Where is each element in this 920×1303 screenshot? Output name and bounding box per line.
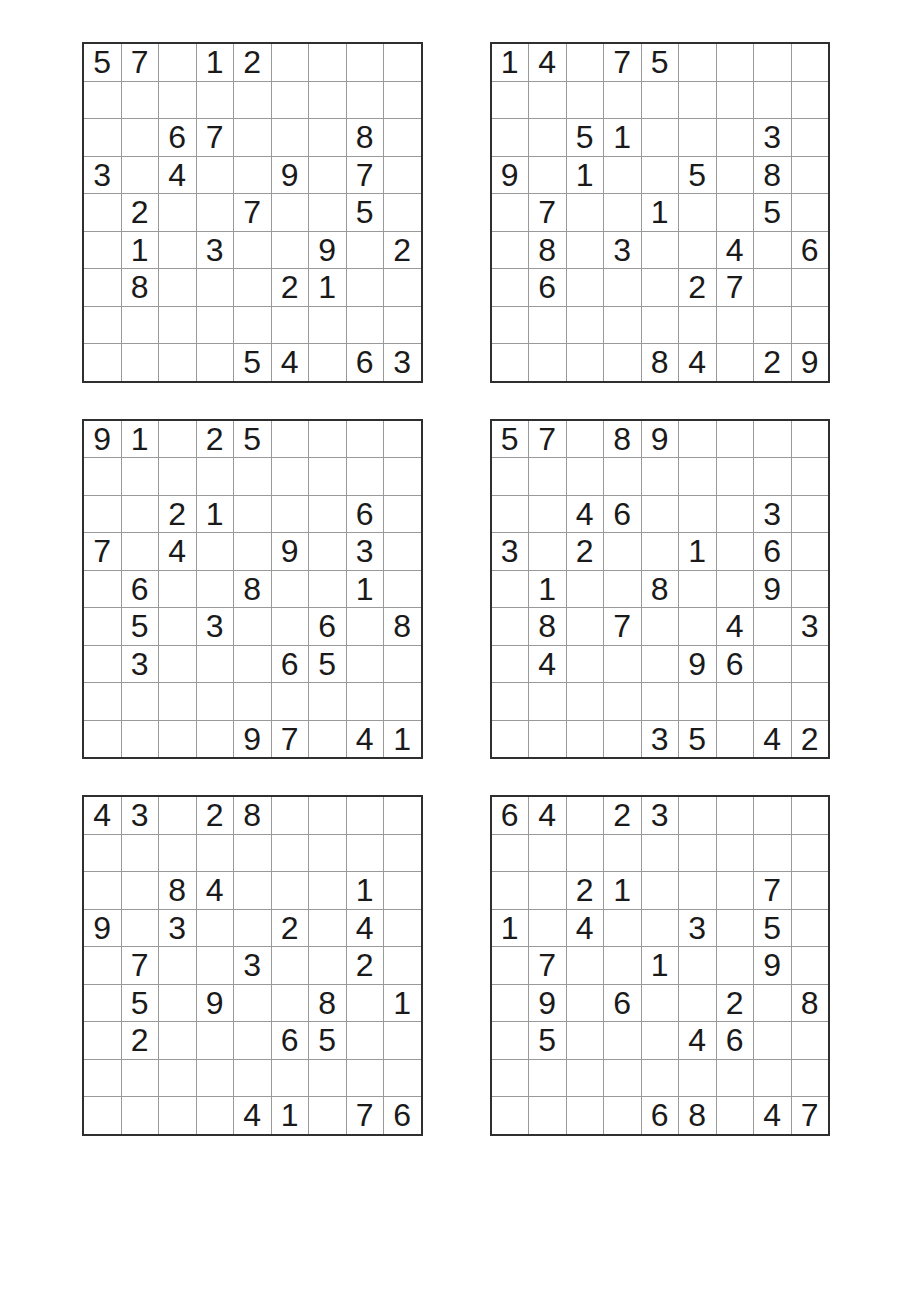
board6-cell-r4c8: 5: [754, 910, 791, 947]
board2-cell-r6c1: [492, 232, 529, 269]
board1-cell-r2c4: [197, 82, 234, 119]
board5-cell-r9c8: 7: [347, 1097, 384, 1134]
board5-cell-r3c1: [84, 872, 121, 909]
board5-cell-r1c4: 2: [197, 797, 234, 834]
board1-cell-r4c4: [197, 157, 234, 194]
board3-cell-r5c2: 6: [122, 571, 159, 608]
board3-cell-r9c7: [309, 721, 346, 758]
board2-cell-r8c7: [717, 307, 754, 344]
board6-cell-r4c7: [717, 910, 754, 947]
board3-cell-r1c3: [159, 421, 196, 458]
board3-cell-r5c9: [384, 571, 421, 608]
board4-cell-r5c8: 9: [754, 571, 791, 608]
board4-cell-r1c6: [679, 421, 716, 458]
board3-cell-r1c8: [347, 421, 384, 458]
board3-cell-r6c1: [84, 608, 121, 645]
board4-cell-r9c7: [717, 721, 754, 758]
board4-cell-r7c5: [642, 646, 679, 683]
board6-cell-r9c1: [492, 1097, 529, 1134]
board5-cell-r9c7: [309, 1097, 346, 1134]
board2-cell-r9c7: [717, 344, 754, 381]
board2-cell-r9c8: 2: [754, 344, 791, 381]
board2-cell-r5c8: 5: [754, 194, 791, 231]
board4-cell-r1c9: [792, 421, 829, 458]
board3-cell-r7c2: 3: [122, 646, 159, 683]
board5-cell-r6c4: 9: [197, 985, 234, 1022]
board3-cell-r8c6: [272, 683, 309, 720]
board3-cell-r3c3: 2: [159, 496, 196, 533]
board6-cell-r8c2: [529, 1060, 566, 1097]
board1-cell-r3c6: [272, 119, 309, 156]
board6-cell-r8c7: [717, 1060, 754, 1097]
board3-cell-r7c8: [347, 646, 384, 683]
board6-cell-r9c9: 7: [792, 1097, 829, 1134]
board6-cell-r2c1: [492, 835, 529, 872]
board5-cell-r6c8: [347, 985, 384, 1022]
board3-cell-r3c7: [309, 496, 346, 533]
board4-cell-r3c5: [642, 496, 679, 533]
board4-cell-r4c3: 2: [567, 533, 604, 570]
board1-cell-r9c3: [159, 344, 196, 381]
board6-cell-r7c7: 6: [717, 1022, 754, 1059]
board5-cell-r8c5: [234, 1060, 271, 1097]
board1-cell-r1c7: [309, 44, 346, 81]
board4-cell-r1c2: 7: [529, 421, 566, 458]
board3-cell-r3c1: [84, 496, 121, 533]
board5-cell-r2c4: [197, 835, 234, 872]
board5-cell-r3c8: 1: [347, 872, 384, 909]
board5-cell-r7c3: [159, 1022, 196, 1059]
board6-cell-r6c4: 6: [604, 985, 641, 1022]
board4-cell-r5c6: [679, 571, 716, 608]
board2-cell-r3c2: [529, 119, 566, 156]
board5-cell-r8c1: [84, 1060, 121, 1097]
board1-cell-r9c9: 3: [384, 344, 421, 381]
board1-cell-r9c8: 6: [347, 344, 384, 381]
board4-cell-r4c2: [529, 533, 566, 570]
board1-cell-r3c3: 6: [159, 119, 196, 156]
board1-cell-r8c4: [197, 307, 234, 344]
board1-cell-r6c6: [272, 232, 309, 269]
board2-cell-r3c4: 1: [604, 119, 641, 156]
board6-cell-r1c3: [567, 797, 604, 834]
board5-cell-r3c7: [309, 872, 346, 909]
board3-cell-r6c8: [347, 608, 384, 645]
board6-cell-r1c2: 4: [529, 797, 566, 834]
board5-cell-r4c7: [309, 910, 346, 947]
board2-cell-r4c3: 1: [567, 157, 604, 194]
board1-cell-r1c4: 1: [197, 44, 234, 81]
board4-cell-r9c5: 3: [642, 721, 679, 758]
board3-cell-r5c7: [309, 571, 346, 608]
board4-cell-r2c1: [492, 458, 529, 495]
board3-cell-r8c9: [384, 683, 421, 720]
board1-cell-r5c8: 5: [347, 194, 384, 231]
board3-cell-r3c8: 6: [347, 496, 384, 533]
board1-cell-r1c5: 2: [234, 44, 271, 81]
board3-cell-r9c2: [122, 721, 159, 758]
board1-cell-r2c6: [272, 82, 309, 119]
board1-cell-r7c3: [159, 269, 196, 306]
board3-cell-r2c8: [347, 458, 384, 495]
board6-cell-r4c4: [604, 910, 641, 947]
board5-cell-r4c5: [234, 910, 271, 947]
board1-cell-r5c2: 2: [122, 194, 159, 231]
board3-cell-r5c4: [197, 571, 234, 608]
board6-cell-r7c1: [492, 1022, 529, 1059]
board1-cell-r5c3: [159, 194, 196, 231]
board2-cell-r4c7: [717, 157, 754, 194]
board3-cell-r5c5: 8: [234, 571, 271, 608]
board6-cell-r6c8: [754, 985, 791, 1022]
board6-cell-r9c3: [567, 1097, 604, 1134]
board5-cell-r2c3: [159, 835, 196, 872]
board4-cell-r1c7: [717, 421, 754, 458]
board4-cell-r2c4: [604, 458, 641, 495]
board5-cell-r3c5: [234, 872, 271, 909]
board6-cell-r3c3: 2: [567, 872, 604, 909]
board1-cell-r5c9: [384, 194, 421, 231]
board3-cell-r8c7: [309, 683, 346, 720]
board5-cell-r9c2: [122, 1097, 159, 1134]
board2-cell-r5c5: 1: [642, 194, 679, 231]
board5-cell-r9c1: [84, 1097, 121, 1134]
board2-cell-r2c1: [492, 82, 529, 119]
board2-cell-r9c3: [567, 344, 604, 381]
board2-cell-r8c8: [754, 307, 791, 344]
board2-cell-r7c7: 7: [717, 269, 754, 306]
board6-cell-r5c5: 1: [642, 947, 679, 984]
board3-cell-r7c9: [384, 646, 421, 683]
board1-cell-r7c7: 1: [309, 269, 346, 306]
board2-cell-r2c4: [604, 82, 641, 119]
board5-cell-r9c3: [159, 1097, 196, 1134]
board6-cell-r7c6: 4: [679, 1022, 716, 1059]
board3-cell-r9c3: [159, 721, 196, 758]
board1-cell-r9c2: [122, 344, 159, 381]
board1-cell-r9c7: [309, 344, 346, 381]
board5-cell-r1c8: [347, 797, 384, 834]
board5-cell-r8c3: [159, 1060, 196, 1097]
board4-cell-r8c9: [792, 683, 829, 720]
board2-cell-r6c3: [567, 232, 604, 269]
board3-cell-r9c6: 7: [272, 721, 309, 758]
board2-cell-r2c9: [792, 82, 829, 119]
board5-cell-r3c9: [384, 872, 421, 909]
board3-cell-r7c1: [84, 646, 121, 683]
board2-cell-r7c1: [492, 269, 529, 306]
board1-cell-r4c7: [309, 157, 346, 194]
board5-cell-r6c1: [84, 985, 121, 1022]
board2-cell-r9c2: [529, 344, 566, 381]
board2-cell-r4c9: [792, 157, 829, 194]
board6-cell-r2c3: [567, 835, 604, 872]
board1-cell-r3c7: [309, 119, 346, 156]
board6-cell-r6c7: 2: [717, 985, 754, 1022]
board6-cell-r7c2: 5: [529, 1022, 566, 1059]
board3-cell-r6c6: [272, 608, 309, 645]
board1-cell-r7c4: [197, 269, 234, 306]
board1-cell-r6c1: [84, 232, 121, 269]
board1-cell-r1c2: 7: [122, 44, 159, 81]
board2-cell-r5c1: [492, 194, 529, 231]
board3-cell-r9c4: [197, 721, 234, 758]
board4-cell-r3c6: [679, 496, 716, 533]
board3-cell-r2c2: [122, 458, 159, 495]
board4-cell-r3c3: 4: [567, 496, 604, 533]
board4-cell-r1c3: [567, 421, 604, 458]
board4-cell-r9c2: [529, 721, 566, 758]
board3-cell-r1c2: 1: [122, 421, 159, 458]
board1-cell-r2c1: [84, 82, 121, 119]
board2-cell-r7c8: [754, 269, 791, 306]
board4-cell-r3c1: [492, 496, 529, 533]
board6-cell-r8c3: [567, 1060, 604, 1097]
board2-cell-r6c4: 3: [604, 232, 641, 269]
board2-cell-r2c5: [642, 82, 679, 119]
board1-cell-r3c1: [84, 119, 121, 156]
board4-cell-r1c4: 8: [604, 421, 641, 458]
board2-cell-r2c7: [717, 82, 754, 119]
board4-cell-r7c7: 6: [717, 646, 754, 683]
board5-cell-r9c9: 6: [384, 1097, 421, 1134]
board3-cell-r4c2: [122, 533, 159, 570]
board5-cell-r4c3: 3: [159, 910, 196, 947]
board4-cell-r1c1: 5: [492, 421, 529, 458]
board5-cell-r9c6: 1: [272, 1097, 309, 1134]
board1-cell-r5c4: [197, 194, 234, 231]
board3-cell-r2c1: [84, 458, 121, 495]
board5-cell-r4c9: [384, 910, 421, 947]
board5-cell-r4c2: [122, 910, 159, 947]
board5-cell-r6c3: [159, 985, 196, 1022]
board5-cell-r4c4: [197, 910, 234, 947]
board6-cell-r4c5: [642, 910, 679, 947]
board5-cell-r9c5: 4: [234, 1097, 271, 1134]
board4-cell-r2c3: [567, 458, 604, 495]
board6-cell-r2c6: [679, 835, 716, 872]
board5-cell-r2c2: [122, 835, 159, 872]
board5-cell-r7c1: [84, 1022, 121, 1059]
board6-cell-r6c3: [567, 985, 604, 1022]
board3-cell-r7c6: 6: [272, 646, 309, 683]
board2-cell-r9c6: 4: [679, 344, 716, 381]
board4-cell-r4c7: [717, 533, 754, 570]
board6-cell-r3c4: 1: [604, 872, 641, 909]
board3-cell-r4c3: 4: [159, 533, 196, 570]
board1-cell-r4c5: [234, 157, 271, 194]
sudoku-board-2: 1475513915871583466278429: [490, 42, 831, 383]
board3-cell-r3c2: [122, 496, 159, 533]
board4-cell-r7c3: [567, 646, 604, 683]
board3-cell-r6c9: 8: [384, 608, 421, 645]
board4-cell-r5c5: 8: [642, 571, 679, 608]
board6-cell-r9c7: [717, 1097, 754, 1134]
board6-cell-r9c4: [604, 1097, 641, 1134]
board1-cell-r6c8: [347, 232, 384, 269]
board4-cell-r4c4: [604, 533, 641, 570]
board5-cell-r7c7: 5: [309, 1022, 346, 1059]
board4-cell-r9c6: 5: [679, 721, 716, 758]
board6-cell-r5c2: 7: [529, 947, 566, 984]
board5-cell-r6c2: 5: [122, 985, 159, 1022]
board6-cell-r2c4: [604, 835, 641, 872]
board5-cell-r1c6: [272, 797, 309, 834]
board6-cell-r7c4: [604, 1022, 641, 1059]
board5-cell-r7c6: 6: [272, 1022, 309, 1059]
board2-cell-r3c9: [792, 119, 829, 156]
board5-cell-r3c2: [122, 872, 159, 909]
board1-cell-r7c2: 8: [122, 269, 159, 306]
board6-cell-r8c9: [792, 1060, 829, 1097]
board1-cell-r5c7: [309, 194, 346, 231]
board2-cell-r1c6: [679, 44, 716, 81]
board2-cell-r4c8: 8: [754, 157, 791, 194]
board6-cell-r3c2: [529, 872, 566, 909]
board1-cell-r8c6: [272, 307, 309, 344]
board6-cell-r6c1: [492, 985, 529, 1022]
board3-cell-r3c6: [272, 496, 309, 533]
board3-cell-r5c6: [272, 571, 309, 608]
board4-cell-r2c2: [529, 458, 566, 495]
board1-cell-r2c9: [384, 82, 421, 119]
board6-cell-r4c3: 4: [567, 910, 604, 947]
board5-cell-r7c5: [234, 1022, 271, 1059]
board4-cell-r2c6: [679, 458, 716, 495]
board5-cell-r2c9: [384, 835, 421, 872]
board3-cell-r9c8: 4: [347, 721, 384, 758]
board4-cell-r2c5: [642, 458, 679, 495]
board5-cell-r7c8: [347, 1022, 384, 1059]
board2-cell-r1c9: [792, 44, 829, 81]
sudoku-board-1: 5712678349727513928215463: [82, 42, 423, 383]
board2-cell-r4c6: 5: [679, 157, 716, 194]
board2-cell-r1c5: 5: [642, 44, 679, 81]
board6-cell-r7c8: [754, 1022, 791, 1059]
board1-cell-r5c6: [272, 194, 309, 231]
board4-cell-r4c5: [642, 533, 679, 570]
board2-cell-r1c3: [567, 44, 604, 81]
board6-cell-r2c9: [792, 835, 829, 872]
sudoku-board-3: 9125216749368153683659741: [82, 419, 423, 760]
board3-cell-r8c1: [84, 683, 121, 720]
board4-cell-r6c9: 3: [792, 608, 829, 645]
board4-cell-r2c9: [792, 458, 829, 495]
board5-cell-r8c7: [309, 1060, 346, 1097]
board1-cell-r8c2: [122, 307, 159, 344]
board2-cell-r7c4: [604, 269, 641, 306]
board3-cell-r2c9: [384, 458, 421, 495]
board4-cell-r8c2: [529, 683, 566, 720]
board6-cell-r9c6: 8: [679, 1097, 716, 1134]
board2-cell-r6c5: [642, 232, 679, 269]
board4-cell-r9c9: 2: [792, 721, 829, 758]
board2-cell-r4c5: [642, 157, 679, 194]
board6-cell-r7c9: [792, 1022, 829, 1059]
board4-cell-r3c2: [529, 496, 566, 533]
board3-cell-r8c5: [234, 683, 271, 720]
board4-cell-r7c1: [492, 646, 529, 683]
board4-cell-r5c9: [792, 571, 829, 608]
sudoku-sheet: 5712678349727513928215463 14755139158715…: [0, 0, 920, 1136]
board2-cell-r7c3: [567, 269, 604, 306]
board6-cell-r4c1: 1: [492, 910, 529, 947]
board6-cell-r5c8: 9: [754, 947, 791, 984]
board1-cell-r4c8: 7: [347, 157, 384, 194]
board2-cell-r5c3: [567, 194, 604, 231]
board5-cell-r1c1: 4: [84, 797, 121, 834]
board2-cell-r4c4: [604, 157, 641, 194]
board5-cell-r3c3: 8: [159, 872, 196, 909]
board3-cell-r3c9: [384, 496, 421, 533]
board5-cell-r4c1: 9: [84, 910, 121, 947]
board1-cell-r4c6: 9: [272, 157, 309, 194]
board3-cell-r4c1: 7: [84, 533, 121, 570]
board6-cell-r4c6: 3: [679, 910, 716, 947]
board6-cell-r1c8: [754, 797, 791, 834]
board6-cell-r9c2: [529, 1097, 566, 1134]
board2-cell-r7c9: [792, 269, 829, 306]
board4-cell-r9c1: [492, 721, 529, 758]
board1-cell-r3c5: [234, 119, 271, 156]
board6-cell-r5c4: [604, 947, 641, 984]
board2-cell-r1c2: 4: [529, 44, 566, 81]
board1-cell-r7c6: 2: [272, 269, 309, 306]
board4-cell-r7c8: [754, 646, 791, 683]
board4-cell-r3c8: 3: [754, 496, 791, 533]
board2-cell-r8c9: [792, 307, 829, 344]
board1-cell-r1c8: [347, 44, 384, 81]
board3-cell-r6c2: 5: [122, 608, 159, 645]
board2-cell-r6c7: 4: [717, 232, 754, 269]
board4-cell-r7c9: [792, 646, 829, 683]
board5-cell-r5c2: 7: [122, 947, 159, 984]
board4-cell-r4c6: 1: [679, 533, 716, 570]
board5-cell-r5c3: [159, 947, 196, 984]
board5-cell-r5c7: [309, 947, 346, 984]
board2-cell-r6c2: 8: [529, 232, 566, 269]
board3-cell-r9c1: [84, 721, 121, 758]
board2-cell-r6c6: [679, 232, 716, 269]
board4-cell-r5c4: [604, 571, 641, 608]
board2-cell-r4c1: 9: [492, 157, 529, 194]
board2-cell-r7c5: [642, 269, 679, 306]
board4-cell-r6c2: 8: [529, 608, 566, 645]
board1-cell-r2c7: [309, 82, 346, 119]
board3-cell-r7c4: [197, 646, 234, 683]
board2-cell-r1c7: [717, 44, 754, 81]
board5-cell-r5c5: 3: [234, 947, 271, 984]
board4-cell-r8c7: [717, 683, 754, 720]
board4-cell-r1c5: 9: [642, 421, 679, 458]
board6-cell-r2c5: [642, 835, 679, 872]
board2-cell-r1c1: 1: [492, 44, 529, 81]
board4-cell-r7c4: [604, 646, 641, 683]
board3-cell-r4c4: [197, 533, 234, 570]
board3-cell-r7c7: 5: [309, 646, 346, 683]
board4-cell-r9c4: [604, 721, 641, 758]
board5-cell-r6c6: [272, 985, 309, 1022]
board1-cell-r7c1: [84, 269, 121, 306]
board3-cell-r8c8: [347, 683, 384, 720]
board5-cell-r8c8: [347, 1060, 384, 1097]
board6-cell-r3c6: [679, 872, 716, 909]
board4-cell-r8c8: [754, 683, 791, 720]
board2-cell-r5c7: [717, 194, 754, 231]
board3-cell-r4c9: [384, 533, 421, 570]
board3-cell-r5c8: 1: [347, 571, 384, 608]
board5-cell-r6c9: 1: [384, 985, 421, 1022]
